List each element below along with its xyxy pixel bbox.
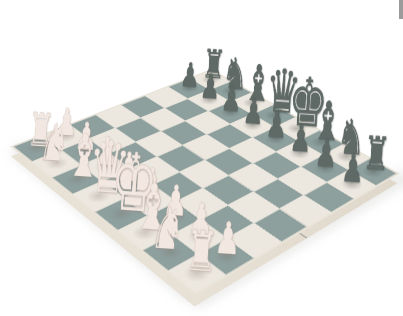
product-photo: ♜♟♟♜♞♟♟♞♝♟♟♝♛♟♟♛♚♟♟♚♝♟♟♝♞♟♟♞♜♟♟♜ <box>0 0 403 316</box>
scrollbar-thumb[interactable] <box>399 0 403 19</box>
black-pawn-c7: ♟ <box>220 81 243 117</box>
black-pawn-b7: ♟ <box>199 69 221 104</box>
black-pawn-f7: ♟ <box>289 119 313 158</box>
black-pawn-d7: ♟ <box>242 93 265 130</box>
black-pawn-e7: ♟ <box>265 106 289 144</box>
white-rook-h1: ♜ <box>183 222 213 279</box>
black-rook-h8: ♜ <box>362 130 387 177</box>
black-pawn-a7: ♟ <box>179 58 201 92</box>
white-knight-g1: ♞ <box>157 199 187 259</box>
black-pawn-g7: ♟ <box>314 133 339 172</box>
chess-board: ♜♟♟♜♞♟♟♞♝♟♟♝♛♟♟♛♚♟♟♚♝♟♟♝♞♟♟♞♜♟♟♜ <box>10 69 399 296</box>
black-pawn-h7: ♟ <box>340 148 365 188</box>
